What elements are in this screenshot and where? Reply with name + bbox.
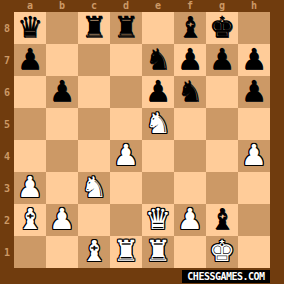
white-bishop: ♝ xyxy=(78,236,110,268)
rank-label-5: 5 xyxy=(0,108,14,140)
black-pawn: ♟ xyxy=(238,76,270,108)
rank-labels: 87654321 xyxy=(0,12,14,268)
square-c4[interactable] xyxy=(78,140,110,172)
square-b1[interactable] xyxy=(46,236,78,268)
square-d2[interactable] xyxy=(110,204,142,236)
square-b7[interactable] xyxy=(46,44,78,76)
square-g2[interactable]: ♝ xyxy=(206,204,238,236)
square-b4[interactable] xyxy=(46,140,78,172)
black-queen: ♛ xyxy=(14,12,46,44)
file-label-h: h xyxy=(238,0,270,12)
square-e8[interactable] xyxy=(142,12,174,44)
square-c7[interactable] xyxy=(78,44,110,76)
square-e5[interactable]: ♞ xyxy=(142,108,174,140)
square-f5[interactable] xyxy=(174,108,206,140)
rank-label-2: 2 xyxy=(0,204,14,236)
square-h2[interactable] xyxy=(238,204,270,236)
black-knight: ♞ xyxy=(142,44,174,76)
black-bishop: ♝ xyxy=(174,12,206,44)
white-pawn: ♟ xyxy=(238,140,270,172)
square-c8[interactable]: ♜ xyxy=(78,12,110,44)
white-queen: ♛ xyxy=(142,204,174,236)
square-b5[interactable] xyxy=(46,108,78,140)
square-c3[interactable]: ♞ xyxy=(78,172,110,204)
black-pawn: ♟ xyxy=(174,44,206,76)
chessgames-watermark: CHESSGAMES.COM xyxy=(182,270,270,283)
square-g5[interactable] xyxy=(206,108,238,140)
square-h3[interactable] xyxy=(238,172,270,204)
square-f8[interactable]: ♝ xyxy=(174,12,206,44)
square-e4[interactable] xyxy=(142,140,174,172)
white-pawn: ♟ xyxy=(110,140,142,172)
rank-label-4: 4 xyxy=(0,140,14,172)
square-d8[interactable]: ♜ xyxy=(110,12,142,44)
square-b3[interactable] xyxy=(46,172,78,204)
square-f3[interactable] xyxy=(174,172,206,204)
square-g7[interactable]: ♟ xyxy=(206,44,238,76)
square-a1[interactable] xyxy=(14,236,46,268)
square-g3[interactable] xyxy=(206,172,238,204)
rank-label-8: 8 xyxy=(0,12,14,44)
black-rook: ♜ xyxy=(78,12,110,44)
square-e1[interactable]: ♜ xyxy=(142,236,174,268)
rank-label-1: 1 xyxy=(0,236,14,268)
square-g1[interactable]: ♚ xyxy=(206,236,238,268)
square-d5[interactable] xyxy=(110,108,142,140)
square-d1[interactable]: ♜ xyxy=(110,236,142,268)
square-b8[interactable] xyxy=(46,12,78,44)
square-a5[interactable] xyxy=(14,108,46,140)
white-pawn: ♟ xyxy=(14,172,46,204)
square-d7[interactable] xyxy=(110,44,142,76)
square-e7[interactable]: ♞ xyxy=(142,44,174,76)
white-knight: ♞ xyxy=(142,108,174,140)
file-label-b: b xyxy=(46,0,78,12)
square-f7[interactable]: ♟ xyxy=(174,44,206,76)
square-f1[interactable] xyxy=(174,236,206,268)
square-e6[interactable]: ♟ xyxy=(142,76,174,108)
square-a6[interactable] xyxy=(14,76,46,108)
black-pawn: ♟ xyxy=(14,44,46,76)
rank-label-7: 7 xyxy=(0,44,14,76)
square-h8[interactable] xyxy=(238,12,270,44)
square-d4[interactable]: ♟ xyxy=(110,140,142,172)
white-king: ♚ xyxy=(206,236,238,268)
square-c6[interactable] xyxy=(78,76,110,108)
white-rook: ♜ xyxy=(142,236,174,268)
square-a7[interactable]: ♟ xyxy=(14,44,46,76)
file-label-e: e xyxy=(142,0,174,12)
square-c1[interactable]: ♝ xyxy=(78,236,110,268)
square-b6[interactable]: ♟ xyxy=(46,76,78,108)
square-g4[interactable] xyxy=(206,140,238,172)
white-bishop: ♝ xyxy=(14,204,46,236)
square-h6[interactable]: ♟ xyxy=(238,76,270,108)
square-c2[interactable] xyxy=(78,204,110,236)
square-e2[interactable]: ♛ xyxy=(142,204,174,236)
square-c5[interactable] xyxy=(78,108,110,140)
square-b2[interactable]: ♟ xyxy=(46,204,78,236)
white-rook: ♜ xyxy=(110,236,142,268)
square-a2[interactable]: ♝ xyxy=(14,204,46,236)
black-pawn: ♟ xyxy=(46,76,78,108)
white-knight: ♞ xyxy=(78,172,110,204)
square-d3[interactable] xyxy=(110,172,142,204)
square-g6[interactable] xyxy=(206,76,238,108)
black-pawn: ♟ xyxy=(142,76,174,108)
white-pawn: ♟ xyxy=(174,204,206,236)
square-h1[interactable] xyxy=(238,236,270,268)
square-h7[interactable]: ♟ xyxy=(238,44,270,76)
square-a4[interactable] xyxy=(14,140,46,172)
square-f4[interactable] xyxy=(174,140,206,172)
black-pawn: ♟ xyxy=(206,44,238,76)
black-rook: ♜ xyxy=(110,12,142,44)
square-h4[interactable]: ♟ xyxy=(238,140,270,172)
rank-label-3: 3 xyxy=(0,172,14,204)
square-f6[interactable]: ♞ xyxy=(174,76,206,108)
square-d6[interactable] xyxy=(110,76,142,108)
black-bishop: ♝ xyxy=(206,204,238,236)
square-a8[interactable]: ♛ xyxy=(14,12,46,44)
black-pawn: ♟ xyxy=(238,44,270,76)
square-a3[interactable]: ♟ xyxy=(14,172,46,204)
square-e3[interactable] xyxy=(142,172,174,204)
square-h5[interactable] xyxy=(238,108,270,140)
chess-board-widget: abcdefgh 87654321 ♛♜♜♝♚♟♞♟♟♟♟♟♞♟♞♟♟♟♞♝♟♛… xyxy=(0,0,284,284)
black-knight: ♞ xyxy=(174,76,206,108)
board: ♛♜♜♝♚♟♞♟♟♟♟♟♞♟♞♟♟♟♞♝♟♛♟♝♝♜♜♚ xyxy=(14,12,270,268)
white-pawn: ♟ xyxy=(46,204,78,236)
square-f2[interactable]: ♟ xyxy=(174,204,206,236)
black-king: ♚ xyxy=(206,12,238,44)
square-g8[interactable]: ♚ xyxy=(206,12,238,44)
rank-label-6: 6 xyxy=(0,76,14,108)
